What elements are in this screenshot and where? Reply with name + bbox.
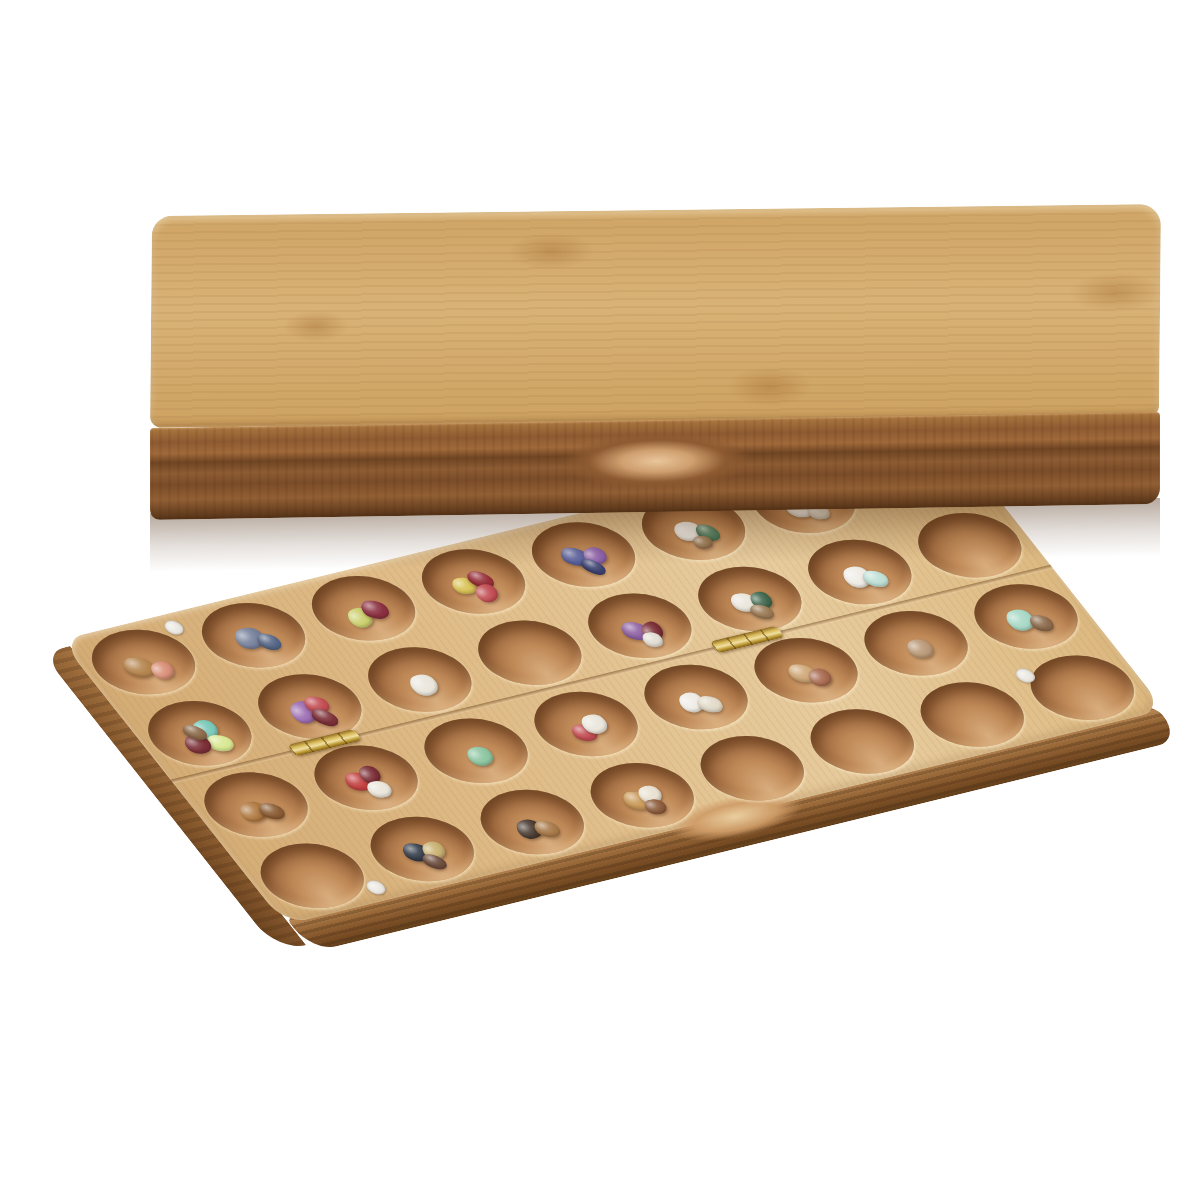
- gemstone: [1026, 615, 1057, 632]
- gemstone: [254, 633, 284, 652]
- thumb-notch-lid: [562, 430, 752, 491]
- product-photo-scene: [0, 0, 1200, 1200]
- gemstone: [310, 706, 338, 729]
- bamboo-knuckle: [491, 225, 611, 278]
- gemstone: [901, 636, 938, 661]
- bamboo-knuckle: [1050, 264, 1180, 322]
- bamboo-knuckle: [271, 304, 361, 349]
- gemstone: [404, 671, 443, 700]
- bamboo-knuckle: [710, 358, 830, 415]
- closed-lid-front: [150, 412, 1160, 520]
- gemstone: [462, 743, 498, 769]
- gemstone: [747, 604, 776, 621]
- closed-lid-top: [150, 204, 1161, 428]
